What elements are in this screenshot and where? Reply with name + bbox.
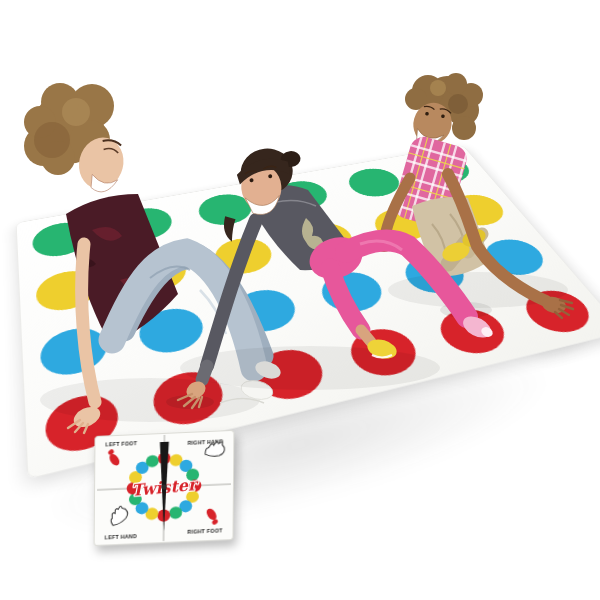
boy-head [73, 133, 129, 196]
mat-dot-green-6 [412, 153, 477, 186]
mat-dot-blue-3 [228, 285, 302, 337]
scene: LEFT FOOT RIGHT HAND LEFT HAND RIGHT FOO… [0, 0, 600, 600]
boy-smile [89, 173, 118, 195]
spinner-board: LEFT FOOT RIGHT HAND LEFT HAND RIGHT FOO… [93, 429, 236, 547]
boy-eye [104, 147, 119, 153]
mat-dot-yellow-2 [125, 250, 192, 297]
mat-dot-yellow-6 [442, 191, 513, 229]
curly-hair [405, 73, 483, 140]
mat-dot-red-3 [249, 344, 331, 406]
mat-dot-yellow-4 [291, 219, 360, 261]
mat-dot-red-4 [343, 324, 426, 382]
mat-dot-green-3 [194, 191, 257, 229]
mat-dot-blue-4 [315, 268, 391, 317]
mat-dot-green-2 [115, 204, 176, 244]
mat-dot-yellow-1 [35, 267, 100, 316]
girl-right-head [408, 98, 456, 149]
mat-dot-red-6 [515, 286, 600, 338]
mat-dot-green-5 [343, 165, 407, 200]
mat-dot-red-5 [431, 304, 515, 359]
mat-dot-red-2 [149, 366, 229, 431]
girl-right-smile [414, 128, 444, 148]
mat-dot-green-4 [270, 178, 333, 214]
mat-dot-yellow-3 [210, 234, 278, 278]
mat-dot-blue-1 [39, 323, 110, 381]
mat-dot-blue-2 [136, 303, 209, 358]
mat-dot-blue-5 [397, 251, 474, 298]
afro-hair [24, 83, 114, 175]
mat-dot-blue-6 [476, 235, 553, 279]
mat-dot-yellow-5 [368, 205, 438, 245]
mat-dot-green-1 [32, 219, 92, 261]
